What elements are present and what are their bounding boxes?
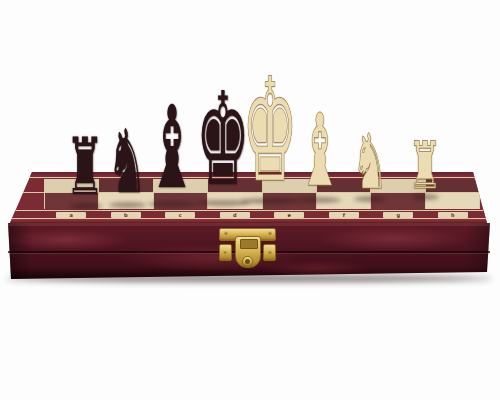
white-knight-piece[interactable]: ♞	[352, 124, 387, 200]
product-photo: abcdefgh ♜♞♝♚♚♝♞♜	[0, 0, 500, 400]
black-bishop-piece[interactable]: ♝	[146, 91, 197, 205]
black-rook-piece[interactable]: ♜	[66, 128, 105, 207]
pieces-layer: ♜♞♝♚♚♝♞♜	[0, 0, 500, 400]
white-bishop-piece[interactable]: ♝	[298, 101, 343, 201]
white-rook-piece[interactable]: ♜	[408, 133, 442, 198]
white-king-piece[interactable]: ♚	[242, 59, 298, 202]
black-knight-piece[interactable]: ♞	[107, 118, 146, 206]
